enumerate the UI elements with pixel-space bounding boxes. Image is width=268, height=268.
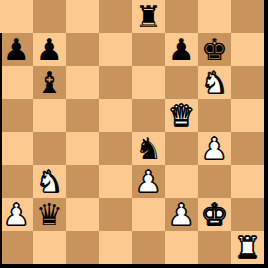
white-knight-g6[interactable]: ♞	[201, 66, 228, 99]
square-h4[interactable]	[231, 132, 264, 165]
square-b1[interactable]	[33, 231, 66, 264]
square-h1[interactable]: ♜	[231, 231, 264, 264]
square-f6[interactable]	[165, 66, 198, 99]
square-d7[interactable]	[99, 33, 132, 66]
black-king-g7[interactable]: ♚	[201, 33, 228, 66]
square-c8[interactable]	[66, 0, 99, 33]
square-d1[interactable]	[99, 231, 132, 264]
square-f7[interactable]: ♟	[165, 33, 198, 66]
white-pawn-g4[interactable]: ♟	[201, 132, 228, 165]
square-c2[interactable]	[66, 198, 99, 231]
square-a3[interactable]	[0, 165, 33, 198]
square-a1[interactable]	[0, 231, 33, 264]
square-h5[interactable]	[231, 99, 264, 132]
square-a4[interactable]	[0, 132, 33, 165]
black-queen-b2[interactable]: ♛	[36, 198, 63, 231]
square-e2[interactable]	[132, 198, 165, 231]
square-e6[interactable]	[132, 66, 165, 99]
square-f2[interactable]: ♟	[165, 198, 198, 231]
white-king-g2[interactable]: ♚	[201, 198, 228, 231]
square-b8[interactable]	[33, 0, 66, 33]
square-g8[interactable]	[198, 0, 231, 33]
square-f1[interactable]	[165, 231, 198, 264]
white-rook-h1[interactable]: ♜	[234, 231, 261, 264]
square-g6[interactable]: ♞	[198, 66, 231, 99]
square-b6[interactable]: ♝	[33, 66, 66, 99]
square-g3[interactable]	[198, 165, 231, 198]
square-h6[interactable]	[231, 66, 264, 99]
square-c1[interactable]	[66, 231, 99, 264]
square-a5[interactable]	[0, 99, 33, 132]
black-pawn-b7[interactable]: ♟	[36, 33, 63, 66]
white-queen-f5[interactable]: ♛	[168, 99, 195, 132]
square-b3[interactable]: ♞	[33, 165, 66, 198]
chessboard: ♜♟♟♟♚♝♞♛♞♟♞♟♟♛♟♚♜	[0, 0, 264, 264]
square-b5[interactable]	[33, 99, 66, 132]
square-h2[interactable]	[231, 198, 264, 231]
square-d2[interactable]	[99, 198, 132, 231]
square-d3[interactable]	[99, 165, 132, 198]
square-f3[interactable]	[165, 165, 198, 198]
square-d4[interactable]	[99, 132, 132, 165]
square-e5[interactable]	[132, 99, 165, 132]
square-c6[interactable]	[66, 66, 99, 99]
square-f4[interactable]	[165, 132, 198, 165]
square-b7[interactable]: ♟	[33, 33, 66, 66]
square-b4[interactable]	[33, 132, 66, 165]
square-c4[interactable]	[66, 132, 99, 165]
square-a7[interactable]: ♟	[0, 33, 33, 66]
square-g7[interactable]: ♚	[198, 33, 231, 66]
chess-window: ♜♟♟♟♚♝♞♛♞♟♞♟♟♛♟♚♜	[0, 0, 268, 268]
square-a8[interactable]	[0, 0, 33, 33]
square-d8[interactable]	[99, 0, 132, 33]
white-pawn-f2[interactable]: ♟	[168, 198, 195, 231]
board-edge-line	[0, 33, 2, 264]
square-h3[interactable]	[231, 165, 264, 198]
square-e3[interactable]: ♟	[132, 165, 165, 198]
square-g4[interactable]: ♟	[198, 132, 231, 165]
square-g5[interactable]	[198, 99, 231, 132]
square-d6[interactable]	[99, 66, 132, 99]
white-pawn-e3[interactable]: ♟	[135, 165, 162, 198]
square-h8[interactable]	[231, 0, 264, 33]
square-e4[interactable]: ♞	[132, 132, 165, 165]
black-rook-e8[interactable]: ♜	[135, 0, 162, 33]
black-pawn-f7[interactable]: ♟	[168, 33, 195, 66]
square-c3[interactable]	[66, 165, 99, 198]
square-h7[interactable]	[231, 33, 264, 66]
white-knight-b3[interactable]: ♞	[36, 165, 63, 198]
square-a2[interactable]: ♟	[0, 198, 33, 231]
square-d5[interactable]	[99, 99, 132, 132]
square-a6[interactable]	[0, 66, 33, 99]
square-e1[interactable]	[132, 231, 165, 264]
black-bishop-b6[interactable]: ♝	[36, 66, 63, 99]
square-f5[interactable]: ♛	[165, 99, 198, 132]
square-f8[interactable]	[165, 0, 198, 33]
square-c5[interactable]	[66, 99, 99, 132]
square-e7[interactable]	[132, 33, 165, 66]
square-c7[interactable]	[66, 33, 99, 66]
square-e8[interactable]: ♜	[132, 0, 165, 33]
white-pawn-a2[interactable]: ♟	[3, 198, 30, 231]
square-g1[interactable]	[198, 231, 231, 264]
black-knight-e4[interactable]: ♞	[135, 132, 162, 165]
square-g2[interactable]: ♚	[198, 198, 231, 231]
black-pawn-a7[interactable]: ♟	[3, 33, 30, 66]
square-b2[interactable]: ♛	[33, 198, 66, 231]
